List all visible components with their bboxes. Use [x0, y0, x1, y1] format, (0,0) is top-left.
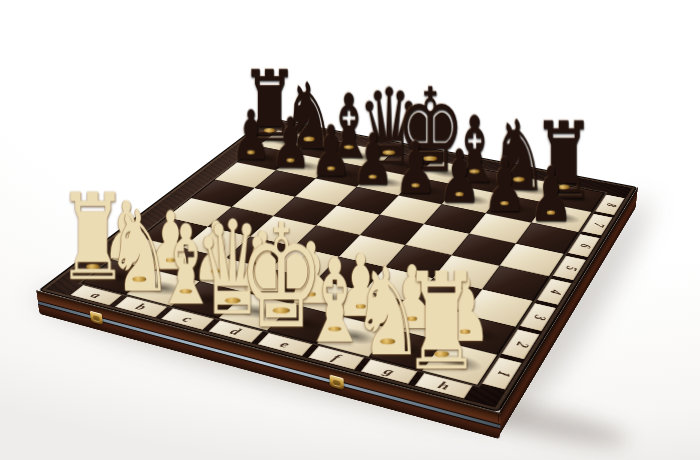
chess-box: ♜♞♝♛♚♝♞♜♟♟♟♟♟♟♟♟♟♟♟♟♟♟♟♟♜♞♝♛♚♝♞♜ abcdefg…	[38, 117, 638, 412]
brass-clasp-1	[90, 311, 103, 325]
scene-3d: ♜♞♝♛♚♝♞♜♟♟♟♟♟♟♟♟♟♟♟♟♟♟♟♟♜♞♝♛♚♝♞♜ abcdefg…	[0, 0, 700, 460]
brass-clasp-2	[330, 375, 344, 391]
black-pawn: ♟	[502, 157, 600, 233]
board-surface: ♜♞♝♛♚♝♞♜♟♟♟♟♟♟♟♟♟♟♟♟♟♟♟♟♜♞♝♛♚♝♞♜ abcdefg…	[38, 117, 638, 412]
photo-stage: ♜♞♝♛♚♝♞♜♟♟♟♟♟♟♟♟♟♟♟♟♟♟♟♟♜♞♝♛♚♝♞♜ abcdefg…	[0, 0, 700, 460]
square-h1: ♜	[422, 342, 497, 385]
square-h7: ♟	[531, 203, 591, 232]
white-rook: ♜	[382, 254, 502, 388]
